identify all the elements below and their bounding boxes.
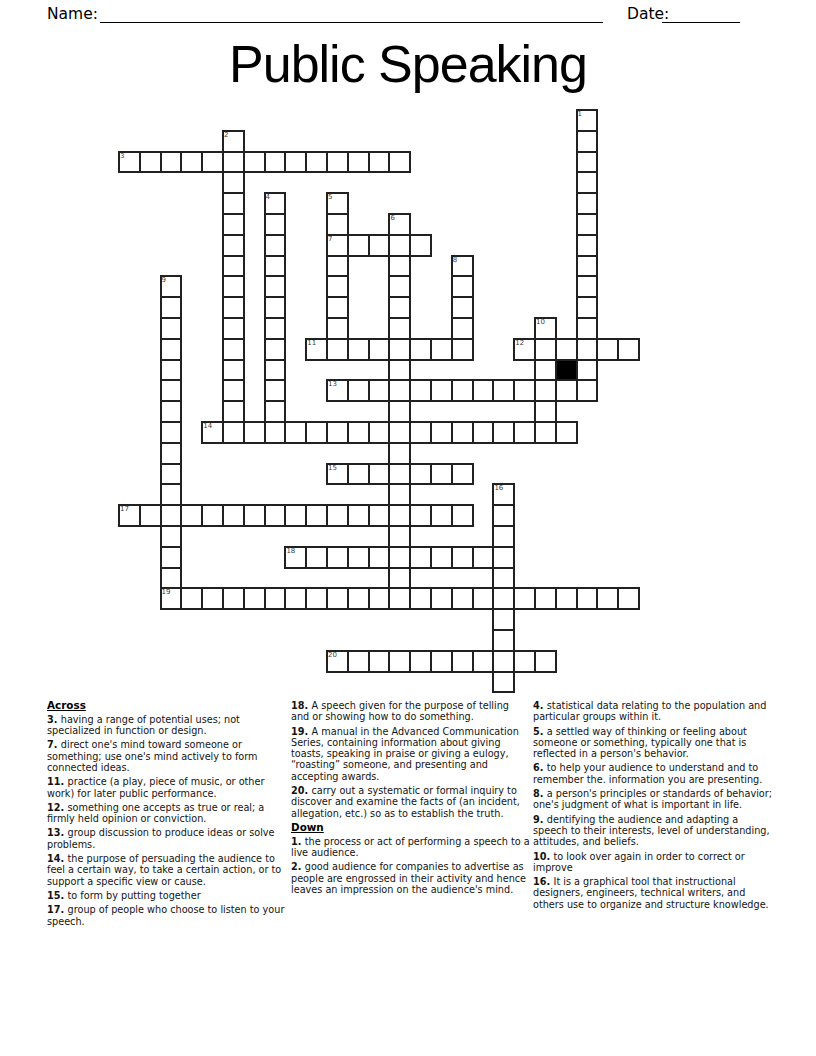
black-cell bbox=[555, 359, 578, 382]
grid-cell-r17-c12[interactable] bbox=[368, 463, 391, 486]
clue-across-18: 18. A speech given for the purpose of te… bbox=[291, 700, 530, 723]
clue-across-13: 13. group discussion to produce ideas or… bbox=[47, 827, 286, 850]
grid-cell-r14-c5[interactable] bbox=[222, 400, 245, 423]
grid-cell-r23-c17[interactable] bbox=[472, 587, 495, 610]
grid-cell-r10-c2[interactable] bbox=[160, 317, 183, 340]
grid-cell-r20-c18[interactable] bbox=[492, 525, 515, 548]
cell-number-2: 2 bbox=[224, 131, 228, 139]
grid-cell-r13-c13[interactable] bbox=[388, 379, 411, 402]
grid-cell-r13-c19[interactable] bbox=[513, 379, 536, 402]
grid-cell-r14-c20[interactable] bbox=[534, 400, 557, 423]
grid-cell-r2-c1[interactable] bbox=[139, 151, 162, 174]
grid-cell-r23-c14[interactable] bbox=[409, 587, 432, 610]
grid-cell-r17-c11[interactable] bbox=[347, 463, 370, 486]
grid-cell-r22-c2[interactable] bbox=[160, 567, 183, 590]
grid-cell-r4-c22[interactable] bbox=[576, 192, 599, 215]
grid-cell-r13-c17[interactable] bbox=[472, 379, 495, 402]
grid-cell-r16-c2[interactable] bbox=[160, 442, 183, 465]
grid-cell-r17-c16[interactable] bbox=[451, 463, 474, 486]
grid-cell-r2-c3[interactable] bbox=[180, 151, 203, 174]
clue-across-15: 15. to form by putting together bbox=[47, 890, 286, 901]
grid-cell-r23-c4[interactable] bbox=[201, 587, 224, 610]
grid-cell-r23-c13[interactable] bbox=[388, 587, 411, 610]
clue-down-1: 1. the process or act of performing a sp… bbox=[291, 836, 530, 859]
grid-cell-r16-c13[interactable] bbox=[388, 442, 411, 465]
grid-cell-r13-c22[interactable] bbox=[576, 379, 599, 402]
grid-cell-r19-c11[interactable] bbox=[347, 504, 370, 527]
grid-cell-r4-c5[interactable] bbox=[222, 192, 245, 215]
grid-cell-r12-c22[interactable] bbox=[576, 359, 599, 382]
clue-down-4: 4. statistical data relating to the popu… bbox=[533, 700, 772, 723]
grid-cell-r11-c15[interactable] bbox=[430, 338, 453, 361]
grid-cell-r15-c18[interactable] bbox=[492, 421, 515, 444]
grid-cell-r19-c4[interactable] bbox=[201, 504, 224, 527]
grid-cell-r11-c24[interactable] bbox=[617, 338, 640, 361]
cell-number-17: 17 bbox=[120, 505, 129, 513]
grid-cell-r18-c13[interactable] bbox=[388, 483, 411, 506]
grid-cell-r19-c10[interactable] bbox=[326, 504, 349, 527]
clue-column-middle: 18. A speech given for the purpose of te… bbox=[291, 700, 530, 898]
grid-cell-r20-c2[interactable] bbox=[160, 525, 183, 548]
clue-across-3: 3. having a range of potential uses; not… bbox=[47, 714, 286, 737]
grid-cell-r21-c17[interactable] bbox=[472, 546, 495, 569]
grid-cell-r23-c5[interactable] bbox=[222, 587, 245, 610]
cell-number-11: 11 bbox=[307, 339, 316, 347]
grid-cell-r21-c14[interactable] bbox=[409, 546, 432, 569]
grid-cell-r6-c22[interactable] bbox=[576, 234, 599, 257]
grid-cell-r2-c8[interactable] bbox=[284, 151, 307, 174]
grid-cell-r5-c22[interactable] bbox=[576, 213, 599, 236]
grid-cell-r19-c9[interactable] bbox=[305, 504, 328, 527]
grid-cell-r21-c2[interactable] bbox=[160, 546, 183, 569]
cell-number-10: 10 bbox=[536, 318, 545, 326]
grid-cell-r6-c5[interactable] bbox=[222, 234, 245, 257]
grid-cell-r13-c14[interactable] bbox=[409, 379, 432, 402]
grid-cell-r2-c22[interactable] bbox=[576, 151, 599, 174]
grid-cell-r10-c5[interactable] bbox=[222, 317, 245, 340]
grid-cell-r15-c10[interactable] bbox=[326, 421, 349, 444]
grid-cell-r11-c11[interactable] bbox=[347, 338, 370, 361]
grid-cell-r8-c7[interactable] bbox=[264, 275, 287, 298]
grid-cell-r9-c16[interactable] bbox=[451, 296, 474, 319]
grid-cell-r12-c5[interactable] bbox=[222, 359, 245, 382]
grid-cell-r19-c12[interactable] bbox=[368, 504, 391, 527]
grid-cell-r19-c15[interactable] bbox=[430, 504, 453, 527]
grid-cell-r19-c3[interactable] bbox=[180, 504, 203, 527]
grid-cell-r23-c20[interactable] bbox=[534, 587, 557, 610]
date-input-line[interactable] bbox=[662, 6, 740, 23]
grid-cell-r13-c21[interactable] bbox=[555, 379, 578, 402]
grid-cell-r17-c13[interactable] bbox=[388, 463, 411, 486]
worksheet-page: Name: Date: Public Speaking 123456789101… bbox=[0, 0, 816, 1056]
grid-cell-r2-c4[interactable] bbox=[201, 151, 224, 174]
grid-cell-r12-c2[interactable] bbox=[160, 359, 183, 382]
grid-cell-r21-c15[interactable] bbox=[430, 546, 453, 569]
grid-cell-r23-c23[interactable] bbox=[596, 587, 619, 610]
grid-cell-r24-c18[interactable] bbox=[492, 608, 515, 631]
grid-cell-r18-c2[interactable] bbox=[160, 483, 183, 506]
grid-cell-r19-c2[interactable] bbox=[160, 504, 183, 527]
grid-cell-r26-c18[interactable] bbox=[492, 650, 515, 673]
grid-cell-r26-c15[interactable] bbox=[430, 650, 453, 673]
clue-across-12: 12. something one accepts as true or rea… bbox=[47, 802, 286, 825]
grid-cell-r8-c13[interactable] bbox=[388, 275, 411, 298]
grid-cell-r23-c3[interactable] bbox=[180, 587, 203, 610]
cell-number-4: 4 bbox=[266, 193, 270, 201]
clue-across-14: 14. the purpose of persuading the audien… bbox=[47, 853, 286, 887]
grid-cell-r15-c11[interactable] bbox=[347, 421, 370, 444]
grid-cell-r17-c15[interactable] bbox=[430, 463, 453, 486]
cell-number-20: 20 bbox=[328, 651, 337, 659]
grid-cell-r2-c7[interactable] bbox=[264, 151, 287, 174]
grid-cell-r11-c14[interactable] bbox=[409, 338, 432, 361]
grid-cell-r23-c18[interactable] bbox=[492, 587, 515, 610]
grid-cell-r11-c10[interactable] bbox=[326, 338, 349, 361]
grid-cell-r15-c2[interactable] bbox=[160, 421, 183, 444]
grid-cell-r6-c7[interactable] bbox=[264, 234, 287, 257]
grid-cell-r7-c5[interactable] bbox=[222, 255, 245, 278]
grid-cell-r2-c5[interactable] bbox=[222, 151, 245, 174]
grid-cell-r10-c22[interactable] bbox=[576, 317, 599, 340]
grid-cell-r15-c20[interactable] bbox=[534, 421, 557, 444]
grid-cell-r15-c7[interactable] bbox=[264, 421, 287, 444]
grid-cell-r15-c12[interactable] bbox=[368, 421, 391, 444]
grid-cell-r7-c7[interactable] bbox=[264, 255, 287, 278]
grid-cell-r7-c22[interactable] bbox=[576, 255, 599, 278]
grid-cell-r23-c6[interactable] bbox=[243, 587, 266, 610]
grid-cell-r5-c7[interactable] bbox=[264, 213, 287, 236]
grid-cell-r26-c16[interactable] bbox=[451, 650, 474, 673]
grid-cell-r20-c13[interactable] bbox=[388, 525, 411, 548]
grid-cell-r19-c18[interactable] bbox=[492, 504, 515, 527]
cell-number-9: 9 bbox=[162, 276, 166, 284]
cell-number-8: 8 bbox=[453, 256, 457, 264]
grid-cell-r7-c13[interactable] bbox=[388, 255, 411, 278]
grid-cell-r26-c20[interactable] bbox=[534, 650, 557, 673]
down-header: Down bbox=[291, 822, 530, 833]
grid-cell-r21-c10[interactable] bbox=[326, 546, 349, 569]
grid-cell-r13-c16[interactable] bbox=[451, 379, 474, 402]
cell-number-18: 18 bbox=[286, 547, 295, 555]
grid-cell-r12-c13[interactable] bbox=[388, 359, 411, 382]
grid-cell-r13-c2[interactable] bbox=[160, 379, 183, 402]
clue-across-7: 7. direct one's mind toward someone or s… bbox=[47, 739, 286, 773]
grid-cell-r14-c7[interactable] bbox=[264, 400, 287, 423]
grid-cell-r17-c2[interactable] bbox=[160, 463, 183, 486]
grid-cell-r13-c7[interactable] bbox=[264, 379, 287, 402]
cell-number-1: 1 bbox=[578, 110, 582, 118]
grid-cell-r13-c12[interactable] bbox=[368, 379, 391, 402]
grid-cell-r11-c5[interactable] bbox=[222, 338, 245, 361]
grid-cell-r9-c22[interactable] bbox=[576, 296, 599, 319]
grid-cell-r23-c11[interactable] bbox=[347, 587, 370, 610]
grid-cell-r21-c13[interactable] bbox=[388, 546, 411, 569]
grid-cell-r19-c14[interactable] bbox=[409, 504, 432, 527]
grid-cell-r6-c12[interactable] bbox=[368, 234, 391, 257]
grid-cell-r11-c12[interactable] bbox=[368, 338, 391, 361]
grid-cell-r23-c24[interactable] bbox=[617, 587, 640, 610]
grid-cell-r9-c10[interactable] bbox=[326, 296, 349, 319]
grid-cell-r15-c15[interactable] bbox=[430, 421, 453, 444]
cell-number-7: 7 bbox=[328, 235, 332, 243]
cell-number-6: 6 bbox=[390, 214, 394, 222]
grid-cell-r23-c7[interactable] bbox=[264, 587, 287, 610]
grid-cell-r21-c9[interactable] bbox=[305, 546, 328, 569]
grid-cell-r21-c12[interactable] bbox=[368, 546, 391, 569]
clue-down-5: 5. a settled way of thinking or feeling … bbox=[533, 726, 772, 760]
grid-cell-r23-c22[interactable] bbox=[576, 587, 599, 610]
name-input-line[interactable] bbox=[100, 6, 603, 23]
grid-cell-r2-c12[interactable] bbox=[368, 151, 391, 174]
grid-cell-r19-c1[interactable] bbox=[139, 504, 162, 527]
grid-cell-r26-c19[interactable] bbox=[513, 650, 536, 673]
grid-cell-r1-c22[interactable] bbox=[576, 130, 599, 153]
grid-cell-r23-c19[interactable] bbox=[513, 587, 536, 610]
grid-cell-r26-c12[interactable] bbox=[368, 650, 391, 673]
grid-cell-r15-c8[interactable] bbox=[284, 421, 307, 444]
grid-cell-r11-c22[interactable] bbox=[576, 338, 599, 361]
grid-cell-r11-c16[interactable] bbox=[451, 338, 474, 361]
grid-cell-r14-c2[interactable] bbox=[160, 400, 183, 423]
grid-cell-r15-c21[interactable] bbox=[555, 421, 578, 444]
grid-cell-r7-c10[interactable] bbox=[326, 255, 349, 278]
cell-number-12: 12 bbox=[515, 339, 524, 347]
grid-cell-r13-c20[interactable] bbox=[534, 379, 557, 402]
grid-cell-r19-c13[interactable] bbox=[388, 504, 411, 527]
grid-cell-r13-c18[interactable] bbox=[492, 379, 515, 402]
grid-cell-r8-c16[interactable] bbox=[451, 275, 474, 298]
grid-cell-r21-c18[interactable] bbox=[492, 546, 515, 569]
grid-cell-r26-c17[interactable] bbox=[472, 650, 495, 673]
grid-cell-r2-c11[interactable] bbox=[347, 151, 370, 174]
clue-down-16: 16. It is a graphical tool that instruct… bbox=[533, 876, 772, 910]
grid-cell-r22-c13[interactable] bbox=[388, 567, 411, 590]
grid-cell-r2-c13[interactable] bbox=[388, 151, 411, 174]
clue-down-2: 2. good audience for companies to advert… bbox=[291, 861, 530, 895]
grid-cell-r15-c17[interactable] bbox=[472, 421, 495, 444]
cell-number-19: 19 bbox=[162, 588, 171, 596]
grid-cell-r11-c13[interactable] bbox=[388, 338, 411, 361]
grid-cell-r26-c11[interactable] bbox=[347, 650, 370, 673]
grid-cell-r5-c10[interactable] bbox=[326, 213, 349, 236]
grid-cell-r2-c10[interactable] bbox=[326, 151, 349, 174]
grid-cell-r10-c16[interactable] bbox=[451, 317, 474, 340]
cell-number-5: 5 bbox=[328, 193, 332, 201]
grid-cell-r13-c5[interactable] bbox=[222, 379, 245, 402]
grid-cell-r6-c14[interactable] bbox=[409, 234, 432, 257]
grid-cell-r3-c22[interactable] bbox=[576, 171, 599, 194]
grid-cell-r8-c10[interactable] bbox=[326, 275, 349, 298]
page-title: Public Speaking bbox=[0, 34, 816, 94]
grid-cell-r3-c5[interactable] bbox=[222, 171, 245, 194]
clue-down-9: 9. dentifying the audience and adapting … bbox=[533, 814, 772, 848]
grid-cell-r12-c20[interactable] bbox=[534, 359, 557, 382]
grid-cell-r2-c6[interactable] bbox=[243, 151, 266, 174]
cell-number-3: 3 bbox=[120, 152, 124, 160]
grid-cell-r21-c11[interactable] bbox=[347, 546, 370, 569]
grid-cell-r15-c6[interactable] bbox=[243, 421, 266, 444]
crossword-grid: 1234567891011121314151617181920 bbox=[118, 109, 638, 692]
grid-cell-r2-c2[interactable] bbox=[160, 151, 183, 174]
grid-cell-r8-c22[interactable] bbox=[576, 275, 599, 298]
clue-column-down: 4. statistical data relating to the popu… bbox=[533, 700, 772, 913]
grid-cell-r14-c13[interactable] bbox=[388, 400, 411, 423]
grid-cell-r19-c16[interactable] bbox=[451, 504, 474, 527]
grid-cell-r23-c9[interactable] bbox=[305, 587, 328, 610]
grid-cell-r6-c13[interactable] bbox=[388, 234, 411, 257]
grid-cell-r9-c7[interactable] bbox=[264, 296, 287, 319]
grid-cell-r23-c8[interactable] bbox=[284, 587, 307, 610]
grid-cell-r8-c5[interactable] bbox=[222, 275, 245, 298]
clue-column-across: Across3. having a range of potential use… bbox=[47, 700, 286, 930]
grid-cell-r23-c16[interactable] bbox=[451, 587, 474, 610]
cell-number-16: 16 bbox=[494, 484, 503, 492]
grid-cell-r15-c14[interactable] bbox=[409, 421, 432, 444]
grid-cell-r9-c2[interactable] bbox=[160, 296, 183, 319]
grid-cell-r11-c23[interactable] bbox=[596, 338, 619, 361]
grid-cell-r17-c14[interactable] bbox=[409, 463, 432, 486]
grid-cell-r9-c5[interactable] bbox=[222, 296, 245, 319]
grid-cell-r15-c9[interactable] bbox=[305, 421, 328, 444]
grid-cell-r9-c13[interactable] bbox=[388, 296, 411, 319]
grid-cell-r19-c6[interactable] bbox=[243, 504, 266, 527]
grid-cell-r5-c5[interactable] bbox=[222, 213, 245, 236]
grid-cell-r21-c16[interactable] bbox=[451, 546, 474, 569]
grid-cell-r12-c7[interactable] bbox=[264, 359, 287, 382]
grid-cell-r23-c12[interactable] bbox=[368, 587, 391, 610]
grid-cell-r15-c5[interactable] bbox=[222, 421, 245, 444]
grid-cell-r11-c2[interactable] bbox=[160, 338, 183, 361]
grid-cell-r2-c9[interactable] bbox=[305, 151, 328, 174]
grid-cell-r25-c18[interactable] bbox=[492, 629, 515, 652]
grid-cell-r26-c14[interactable] bbox=[409, 650, 432, 673]
grid-cell-r19-c8[interactable] bbox=[284, 504, 307, 527]
grid-cell-r27-c18[interactable] bbox=[492, 671, 515, 694]
clue-down-8: 8. a person's principles or standards of… bbox=[533, 788, 772, 811]
clue-across-11: 11. practice (a play, piece of music, or… bbox=[47, 776, 286, 799]
grid-cell-r23-c21[interactable] bbox=[555, 587, 578, 610]
clue-across-20: 20. carry out a systematic or formal inq… bbox=[291, 785, 530, 819]
grid-cell-r23-c15[interactable] bbox=[430, 587, 453, 610]
grid-cell-r19-c7[interactable] bbox=[264, 504, 287, 527]
clue-down-10: 10. to look over again in order to corre… bbox=[533, 851, 772, 874]
grid-cell-r15-c19[interactable] bbox=[513, 421, 536, 444]
grid-cell-r15-c13[interactable] bbox=[388, 421, 411, 444]
cell-number-13: 13 bbox=[328, 380, 337, 388]
grid-cell-r10-c13[interactable] bbox=[388, 317, 411, 340]
clue-across-19: 19. A manual in the Advanced Communicati… bbox=[291, 726, 530, 782]
grid-cell-r6-c11[interactable] bbox=[347, 234, 370, 257]
grid-cell-r11-c7[interactable] bbox=[264, 338, 287, 361]
grid-cell-r15-c16[interactable] bbox=[451, 421, 474, 444]
grid-cell-r10-c10[interactable] bbox=[326, 317, 349, 340]
grid-cell-r11-c20[interactable] bbox=[534, 338, 557, 361]
grid-cell-r23-c10[interactable] bbox=[326, 587, 349, 610]
across-header: Across bbox=[47, 700, 286, 711]
grid-cell-r22-c18[interactable] bbox=[492, 567, 515, 590]
grid-cell-r19-c5[interactable] bbox=[222, 504, 245, 527]
cell-number-15: 15 bbox=[328, 464, 337, 472]
name-label: Name: bbox=[47, 5, 98, 23]
grid-cell-r11-c21[interactable] bbox=[555, 338, 578, 361]
cell-number-14: 14 bbox=[203, 422, 212, 430]
clue-across-17: 17. group of people who choose to listen… bbox=[47, 904, 286, 927]
clue-down-6: 6. to help your audience to understand a… bbox=[533, 762, 772, 785]
grid-cell-r13-c15[interactable] bbox=[430, 379, 453, 402]
grid-cell-r10-c7[interactable] bbox=[264, 317, 287, 340]
grid-cell-r26-c13[interactable] bbox=[388, 650, 411, 673]
grid-cell-r13-c11[interactable] bbox=[347, 379, 370, 402]
